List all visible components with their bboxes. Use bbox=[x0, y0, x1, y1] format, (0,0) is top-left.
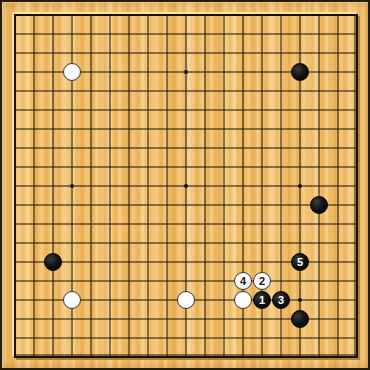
white-stone-D16[interactable] bbox=[63, 63, 81, 81]
black-stone-P4-move-3[interactable]: 3 bbox=[272, 291, 290, 309]
black-stone-R9[interactable] bbox=[310, 196, 328, 214]
white-stone-D4[interactable] bbox=[63, 291, 81, 309]
black-stone-O4-move-1[interactable]: 1 bbox=[253, 291, 271, 309]
white-stone-N4[interactable] bbox=[234, 291, 252, 309]
black-stone-Q6-move-5[interactable]: 5 bbox=[291, 253, 309, 271]
black-stone-C6[interactable] bbox=[44, 253, 62, 271]
white-stone-K4[interactable] bbox=[177, 291, 195, 309]
white-stone-O5-move-2[interactable]: 2 bbox=[253, 272, 271, 290]
black-stone-Q16[interactable] bbox=[291, 63, 309, 81]
go-board: 54213 bbox=[0, 0, 370, 370]
stones-layer[interactable]: 54213 bbox=[6, 6, 367, 367]
black-stone-Q3[interactable] bbox=[291, 310, 309, 328]
white-stone-N5-move-4[interactable]: 4 bbox=[234, 272, 252, 290]
